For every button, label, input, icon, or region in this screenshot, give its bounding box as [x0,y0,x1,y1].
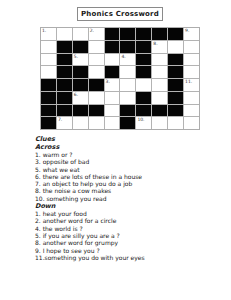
cell-r2c2 [57,41,72,53]
cell-r4c10[interactable] [184,66,199,78]
cell-r8c8[interactable] [152,117,167,129]
cell-r2c1[interactable] [41,41,56,53]
cell-r4c2 [57,66,72,78]
down-clue: 2. another word for a circle [35,217,145,224]
cell-r1c4[interactable]: 2. [89,28,104,40]
cell-r1c8 [152,28,167,40]
cell-r3c2 [57,54,72,66]
across-clue: 1. warm or ? [35,151,145,158]
cell-number: 9. [185,28,189,33]
cell-r4c4[interactable] [89,66,104,78]
cell-number: 4. [121,54,125,59]
cell-r4c7 [136,66,151,78]
cell-r3c4[interactable] [89,54,104,66]
cell-r5c8[interactable] [152,79,167,91]
cell-r4c9 [168,66,183,78]
cell-r1c3[interactable] [73,28,88,40]
cell-r1c1[interactable]: 1. [41,28,56,40]
cell-r3c3[interactable]: 5. [73,54,88,66]
cell-r4c5 [105,66,120,78]
cell-r2c8[interactable]: 8. [152,41,167,53]
down-clue: 1. heat your food [35,210,145,217]
down-clue: 11.something you do with your eyes [35,254,145,261]
across-clue: 7. an object to help you do a job [35,180,145,187]
cell-r6c3[interactable]: 6. [73,92,88,104]
cell-r5c6[interactable] [120,79,135,91]
cell-r8c6 [120,117,135,129]
cell-r8c9[interactable] [168,117,183,129]
down-clue: 9. I hope to see you ? [35,247,145,254]
cell-r7c5[interactable] [105,105,120,117]
cell-r3c6[interactable]: 4. [120,54,135,66]
cell-r7c2 [57,105,72,117]
cell-r4c6[interactable] [120,66,135,78]
cell-r3c9 [168,54,183,66]
cell-number: 6. [74,92,78,97]
cell-r8c7[interactable]: 10. [136,117,151,129]
across-clue: 3. opposite of bad [35,158,145,165]
cell-r5c2 [57,79,72,91]
cell-number: 1. [42,28,46,33]
cell-r2c3 [73,41,88,53]
cell-r8c4[interactable] [89,117,104,129]
cell-r7c1 [41,105,56,117]
cell-number: 8. [153,41,157,46]
cell-r7c3 [73,105,88,117]
cell-number: 11. [185,79,192,84]
cell-r5c5[interactable]: 3. [105,79,120,91]
cell-r6c9 [168,92,183,104]
cell-r7c10[interactable] [184,105,199,117]
down-heading: Down [35,202,145,210]
cell-r4c8[interactable] [152,66,167,78]
cell-r1c2[interactable] [57,28,72,40]
clues-heading: Clues [35,135,145,143]
cell-r6c5[interactable] [105,92,120,104]
across-clue-list: 1. warm or ? 3. opposite of bad 5. what … [35,151,145,202]
across-clue: 8. the noise a cow makes [35,187,145,194]
cell-r7c6 [120,105,135,117]
across-clue: 10. something you read [35,195,145,202]
cell-r3c8[interactable] [152,54,167,66]
cell-r6c6[interactable] [120,92,135,104]
cell-r7c9 [168,105,183,117]
cell-r2c9[interactable] [168,41,183,53]
crossword-grid: 1.2.9.8.5.4.3.11.6.7.10. [40,27,200,130]
cell-r8c2[interactable]: 7. [57,117,72,129]
cell-r5c4 [89,79,104,91]
cell-r1c7 [136,28,151,40]
cell-r5c1 [41,79,56,91]
cell-r2c4[interactable] [89,41,104,53]
cell-r3c5[interactable] [105,54,120,66]
across-heading: Across [35,143,145,151]
cell-r8c10[interactable] [184,117,199,129]
page-title: Phonics Crossword [81,10,159,18]
cell-r3c10[interactable] [184,54,199,66]
cell-r5c3 [73,79,88,91]
cell-r2c7 [136,41,151,53]
down-clue: 5. if you are silly you are a ? [35,232,145,239]
cell-r2c10[interactable] [184,41,199,53]
cell-r8c1 [41,117,56,129]
cell-r1c9 [168,28,183,40]
down-clue: 8. another word for grumpy [35,239,145,246]
title-box: Phonics Crossword [77,7,163,21]
cell-r4c3 [73,66,88,78]
cell-number: 10. [137,117,144,122]
across-clue: 6. there are lots of these in a house [35,173,145,180]
cell-r8c3[interactable] [73,117,88,129]
cell-r2c5 [105,41,120,53]
cell-r3c7 [136,54,151,66]
cell-r6c2 [57,92,72,104]
cell-r5c10[interactable]: 11. [184,79,199,91]
cell-r3c1[interactable] [41,54,56,66]
across-clue: 5. what we eat [35,166,145,173]
cell-number: 5. [74,54,78,59]
down-clue-list: 1. heat your food 2. another word for a … [35,210,145,261]
cell-r4c1[interactable] [41,66,56,78]
cell-number: 3. [106,79,110,84]
cell-r5c7[interactable] [136,79,151,91]
cell-r6c10[interactable] [184,92,199,104]
cell-r2c6 [120,41,135,53]
cell-r1c5 [105,28,120,40]
cell-r7c7 [136,105,151,117]
cell-r1c6 [120,28,135,40]
down-clue: 4. the world is ? [35,225,145,232]
cell-r7c8 [152,105,167,117]
clues-panel: Clues Across 1. warm or ? 3. opposite of… [35,135,145,261]
cell-number: 2. [90,28,94,33]
cell-number: 7. [58,117,62,122]
cell-r6c4[interactable] [89,92,104,104]
cell-r7c4 [89,105,104,117]
cell-r8c5[interactable] [105,117,120,129]
cell-r1c10[interactable]: 9. [184,28,199,40]
cell-r6c8[interactable] [152,92,167,104]
cell-r6c7 [136,92,151,104]
cell-r5c9 [168,79,183,91]
cell-r6c1 [41,92,56,104]
